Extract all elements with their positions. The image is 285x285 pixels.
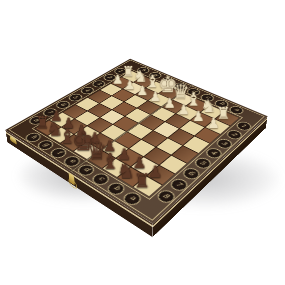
square-a2: ♟ (205, 119, 229, 134)
coord-label-d-top: d (186, 87, 201, 95)
coord-label-g-bottom: g (37, 139, 55, 150)
coord-label-f-top: f (160, 77, 175, 85)
coord-label-a-top: a (229, 105, 245, 114)
coord-label-g-top: g (148, 71, 163, 79)
piece-black-pawn: ♟ (60, 116, 77, 130)
coord-label-6-right: 6 (181, 167, 200, 180)
coord-label-e-bottom: e (63, 155, 82, 167)
coord-label-2-right: 2 (225, 129, 242, 140)
coord-label-b-bottom: b (106, 181, 126, 195)
coord-label-5-right: 5 (193, 157, 212, 170)
coord-label-8-right: 8 (156, 189, 176, 204)
scene: ♜♞♝♚♛♝♞♜♟♟♟♟♟♟♟♟♟♟♟♟♟♟♟♟♜♞♝♚♛♝♞♜ hh11gg2… (0, 0, 285, 285)
coord-label-c-bottom: c (91, 172, 111, 186)
coord-label-1-right: 1 (235, 121, 252, 131)
coord-label-8-left: 8 (28, 115, 45, 125)
coord-label-4-left: 4 (79, 86, 94, 94)
board-top-face: ♜♞♝♚♛♝♞♜♟♟♟♟♟♟♟♟♟♟♟♟♟♟♟♟♜♞♝♚♛♝♞♜ hh11gg2… (5, 59, 267, 224)
square-c4 (154, 122, 178, 137)
coord-label-a-bottom: a (122, 191, 143, 206)
chess-board: ♜♞♝♚♛♝♞♜♟♟♟♟♟♟♟♟♟♟♟♟♟♟♟♟♜♞♝♚♛♝♞♜ hh11gg2… (5, 59, 267, 224)
coord-label-h-bottom: h (25, 132, 43, 143)
coord-label-3-right: 3 (215, 138, 233, 149)
coord-label-c-top: c (200, 93, 216, 102)
coord-label-7-right: 7 (169, 178, 189, 192)
square-a8: ♜ (133, 176, 161, 196)
coord-label-f-bottom: f (50, 147, 69, 159)
coord-label-h-top: h (136, 66, 150, 73)
square-h8: ♜ (36, 120, 61, 135)
square-g6 (76, 111, 100, 125)
coord-label-4-right: 4 (204, 147, 222, 159)
coord-label-b-top: b (214, 99, 230, 108)
chess-set-photo: ♜♞♝♚♛♝♞♜♟♟♟♟♟♟♟♟♟♟♟♟♟♟♟♟♜♞♝♚♛♝♞♜ hh11gg2… (0, 0, 285, 285)
